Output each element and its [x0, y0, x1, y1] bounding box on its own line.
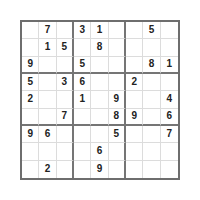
cell-r7c9-given[interactable]: 7 [161, 126, 178, 143]
cell-r8c9-empty[interactable] [161, 143, 178, 160]
cell-r5c3-empty[interactable] [57, 91, 74, 108]
cell-r3c6-empty[interactable] [109, 57, 126, 74]
cell-r5c8-empty[interactable] [143, 91, 160, 108]
cell-r9c3-empty[interactable] [57, 161, 74, 178]
cell-r2c7-empty[interactable] [126, 39, 143, 56]
cell-r7c7-empty[interactable] [126, 126, 143, 143]
cell-r2c3-given[interactable]: 5 [57, 39, 74, 56]
cell-r6c7-given[interactable]: 9 [126, 109, 143, 126]
cell-r8c6-empty[interactable] [109, 143, 126, 160]
cell-r9c8-empty[interactable] [143, 161, 160, 178]
cell-r9c4-empty[interactable] [74, 161, 91, 178]
cell-r3c9-given[interactable]: 1 [161, 57, 178, 74]
cell-r5c5-empty[interactable] [91, 91, 108, 108]
cell-r1c9-empty[interactable] [161, 22, 178, 39]
cell-r9c9-empty[interactable] [161, 161, 178, 178]
cell-r1c4-given[interactable]: 3 [74, 22, 91, 39]
cell-r7c8-empty[interactable] [143, 126, 160, 143]
cell-r7c2-given[interactable]: 6 [39, 126, 56, 143]
cell-r9c5-given[interactable]: 9 [91, 161, 108, 178]
cell-r1c7-empty[interactable] [126, 22, 143, 39]
cell-r1c2-given[interactable]: 7 [39, 22, 56, 39]
cell-r4c7-given[interactable]: 2 [126, 74, 143, 91]
cell-r4c9-empty[interactable] [161, 74, 178, 91]
cell-r7c3-empty[interactable] [57, 126, 74, 143]
cell-r3c4-given[interactable]: 5 [74, 57, 91, 74]
cell-r5c4-given[interactable]: 1 [74, 91, 91, 108]
cell-r3c7-empty[interactable] [126, 57, 143, 74]
cell-r1c1-empty[interactable] [22, 22, 39, 39]
cell-r7c4-empty[interactable] [74, 126, 91, 143]
sudoku-board: 731515895815362219478969657629 [20, 20, 180, 180]
cell-r1c8-given[interactable]: 5 [143, 22, 160, 39]
cell-r8c2-empty[interactable] [39, 143, 56, 160]
cell-r6c4-empty[interactable] [74, 109, 91, 126]
cell-r4c4-given[interactable]: 6 [74, 74, 91, 91]
cell-r2c5-given[interactable]: 8 [91, 39, 108, 56]
cell-r5c1-given[interactable]: 2 [22, 91, 39, 108]
cell-r9c1-empty[interactable] [22, 161, 39, 178]
cell-r2c4-empty[interactable] [74, 39, 91, 56]
cell-r7c6-given[interactable]: 5 [109, 126, 126, 143]
cell-r8c8-empty[interactable] [143, 143, 160, 160]
cell-r2c8-empty[interactable] [143, 39, 160, 56]
cell-r9c7-empty[interactable] [126, 161, 143, 178]
cell-r6c8-empty[interactable] [143, 109, 160, 126]
cell-r8c7-empty[interactable] [126, 143, 143, 160]
cell-r2c9-empty[interactable] [161, 39, 178, 56]
cell-r2c1-empty[interactable] [22, 39, 39, 56]
cell-r4c8-empty[interactable] [143, 74, 160, 91]
cell-r4c3-given[interactable]: 3 [57, 74, 74, 91]
cell-r7c1-given[interactable]: 9 [22, 126, 39, 143]
cell-r5c6-given[interactable]: 9 [109, 91, 126, 108]
cell-r2c2-given[interactable]: 1 [39, 39, 56, 56]
cell-r8c3-empty[interactable] [57, 143, 74, 160]
cell-r6c5-empty[interactable] [91, 109, 108, 126]
cell-r3c8-given[interactable]: 8 [143, 57, 160, 74]
cell-r5c9-given[interactable]: 4 [161, 91, 178, 108]
cell-r6c2-empty[interactable] [39, 109, 56, 126]
cell-r8c5-given[interactable]: 6 [91, 143, 108, 160]
cell-r4c1-given[interactable]: 5 [22, 74, 39, 91]
cell-r1c6-empty[interactable] [109, 22, 126, 39]
cell-r6c6-given[interactable]: 8 [109, 109, 126, 126]
cell-r9c2-given[interactable]: 2 [39, 161, 56, 178]
cell-r1c3-empty[interactable] [57, 22, 74, 39]
cell-r3c1-given[interactable]: 9 [22, 57, 39, 74]
cell-r9c6-empty[interactable] [109, 161, 126, 178]
cell-r8c4-empty[interactable] [74, 143, 91, 160]
cell-r8c1-empty[interactable] [22, 143, 39, 160]
cell-r6c3-given[interactable]: 7 [57, 109, 74, 126]
page: 731515895815362219478969657629 [0, 0, 200, 200]
cell-r6c9-given[interactable]: 6 [161, 109, 178, 126]
cell-r4c5-empty[interactable] [91, 74, 108, 91]
cell-r6c1-empty[interactable] [22, 109, 39, 126]
cell-r3c2-empty[interactable] [39, 57, 56, 74]
cell-r7c5-empty[interactable] [91, 126, 108, 143]
cell-r3c5-empty[interactable] [91, 57, 108, 74]
cell-r3c3-empty[interactable] [57, 57, 74, 74]
cell-r5c7-empty[interactable] [126, 91, 143, 108]
cell-r2c6-empty[interactable] [109, 39, 126, 56]
cell-r5c2-empty[interactable] [39, 91, 56, 108]
cell-r1c5-given[interactable]: 1 [91, 22, 108, 39]
cell-r4c2-empty[interactable] [39, 74, 56, 91]
cell-r4c6-empty[interactable] [109, 74, 126, 91]
